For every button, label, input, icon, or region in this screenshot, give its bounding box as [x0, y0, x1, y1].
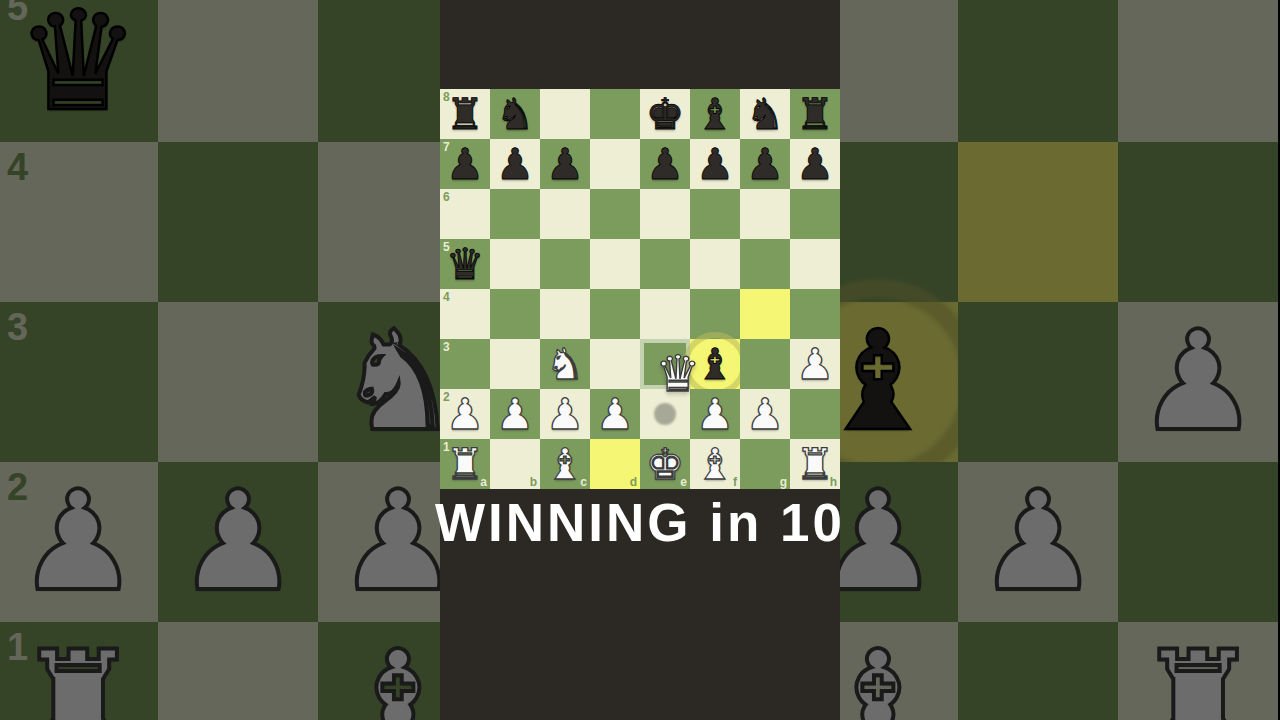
piece-white-bishop-f1[interactable]: ♝ [690, 439, 740, 489]
square-a3[interactable]: 3 [440, 339, 490, 389]
square-h6[interactable] [790, 189, 840, 239]
square-a7[interactable]: 7♟ [440, 139, 490, 189]
piece-black-pawn-b7[interactable]: ♟ [490, 139, 540, 189]
piece-black-knight-g8[interactable]: ♞ [740, 89, 790, 139]
square-c6[interactable] [540, 189, 590, 239]
rank-label-4: 4 [443, 291, 450, 303]
piece-black-pawn-c7[interactable]: ♟ [540, 139, 590, 189]
piece-white-rook-a1[interactable]: ♜ [440, 439, 490, 489]
square-e8[interactable]: ♚ [640, 89, 690, 139]
piece-black-pawn-g7[interactable]: ♟ [740, 139, 790, 189]
square-f8[interactable]: ♝ [690, 89, 740, 139]
rank-label-3: 3 [443, 341, 450, 353]
piece-white-pawn-g2[interactable]: ♟ [740, 389, 790, 439]
piece-black-rook-h8[interactable]: ♜ [790, 89, 840, 139]
piece-black-rook-a8[interactable]: ♜ [440, 89, 490, 139]
square-b6[interactable] [490, 189, 540, 239]
square-c4[interactable] [540, 289, 590, 339]
piece-black-queen-a5[interactable]: ♛ [440, 239, 490, 289]
piece-black-knight-b8[interactable]: ♞ [490, 89, 540, 139]
square-a6[interactable]: 6 [440, 189, 490, 239]
square-g6[interactable] [740, 189, 790, 239]
piece-white-pawn-a2[interactable]: ♟ [440, 389, 490, 439]
piece-black-pawn-e7[interactable]: ♟ [640, 139, 690, 189]
file-label-b: b [530, 476, 537, 488]
square-e4[interactable] [640, 289, 690, 339]
square-a5[interactable]: 5♛ [440, 239, 490, 289]
square-c2[interactable]: ♟ [540, 389, 590, 439]
square-c5[interactable] [540, 239, 590, 289]
square-h7[interactable]: ♟ [790, 139, 840, 189]
square-h1[interactable]: h♜ [790, 439, 840, 489]
video-frame: 8♜♞♚♝♞♜7♟♟♟♟♟♟♟65♛43♞♝♟2♟♟♟♟♟♟1a♜bc♝d♛e♚… [0, 0, 1280, 720]
piece-white-knight-c3[interactable]: ♞ [540, 339, 590, 389]
caption-bar: WINNING in 10 [440, 492, 840, 552]
square-d4[interactable] [590, 289, 640, 339]
square-a4[interactable]: 4 [440, 289, 490, 339]
square-g1[interactable]: g [740, 439, 790, 489]
rank-label-6: 6 [443, 191, 450, 203]
square-g7[interactable]: ♟ [740, 139, 790, 189]
square-h4[interactable] [790, 289, 840, 339]
square-e1[interactable]: e♚ [640, 439, 690, 489]
square-h3[interactable]: ♟ [790, 339, 840, 389]
move-hint-dot [654, 403, 676, 425]
square-h2[interactable] [790, 389, 840, 439]
square-a2[interactable]: 2♟ [440, 389, 490, 439]
square-c1[interactable]: c♝ [540, 439, 590, 489]
square-b1[interactable]: b [490, 439, 540, 489]
square-c8[interactable] [540, 89, 590, 139]
square-e5[interactable] [640, 239, 690, 289]
piece-black-pawn-h7[interactable]: ♟ [790, 139, 840, 189]
chess-board[interactable]: 8♜♞♚♝♞♜7♟♟♟♟♟♟♟65♛43♞♝♟2♟♟♟♟♟♟1a♜bc♝de♚f… [440, 89, 840, 489]
square-d5[interactable] [590, 239, 640, 289]
piece-white-king-e1[interactable]: ♚ [640, 439, 690, 489]
square-a8[interactable]: 8♜ [440, 89, 490, 139]
piece-black-pawn-a7[interactable]: ♟ [440, 139, 490, 189]
square-d8[interactable] [590, 89, 640, 139]
piece-black-bishop-f8[interactable]: ♝ [690, 89, 740, 139]
square-d7[interactable] [590, 139, 640, 189]
square-d1[interactable]: d [590, 439, 640, 489]
piece-white-pawn-d2[interactable]: ♟ [590, 389, 640, 439]
square-g2[interactable]: ♟ [740, 389, 790, 439]
square-g5[interactable] [740, 239, 790, 289]
square-f6[interactable] [690, 189, 740, 239]
square-b8[interactable]: ♞ [490, 89, 540, 139]
square-h8[interactable]: ♜ [790, 89, 840, 139]
square-b5[interactable] [490, 239, 540, 289]
square-b4[interactable] [490, 289, 540, 339]
square-g8[interactable]: ♞ [740, 89, 790, 139]
square-e7[interactable]: ♟ [640, 139, 690, 189]
piece-black-king-e8[interactable]: ♚ [640, 89, 690, 139]
piece-white-rook-h1[interactable]: ♜ [790, 439, 840, 489]
square-c3[interactable]: ♞ [540, 339, 590, 389]
piece-white-pawn-b2[interactable]: ♟ [490, 389, 540, 439]
square-b7[interactable]: ♟ [490, 139, 540, 189]
square-d6[interactable] [590, 189, 640, 239]
square-b3[interactable] [490, 339, 540, 389]
file-label-g: g [780, 476, 787, 488]
piece-black-pawn-f7[interactable]: ♟ [690, 139, 740, 189]
dragged-piece-white-queen[interactable]: ♛ [656, 349, 701, 399]
square-d3[interactable] [590, 339, 640, 389]
square-g4[interactable] [740, 289, 790, 339]
square-f1[interactable]: f♝ [690, 439, 740, 489]
square-e6[interactable] [640, 189, 690, 239]
file-label-d: d [630, 476, 637, 488]
piece-white-pawn-h3[interactable]: ♟ [790, 339, 840, 389]
piece-white-pawn-c2[interactable]: ♟ [540, 389, 590, 439]
square-f5[interactable] [690, 239, 740, 289]
square-c7[interactable]: ♟ [540, 139, 590, 189]
square-a1[interactable]: 1a♜ [440, 439, 490, 489]
square-f7[interactable]: ♟ [690, 139, 740, 189]
square-h5[interactable] [790, 239, 840, 289]
piece-white-bishop-c1[interactable]: ♝ [540, 439, 590, 489]
caption-text: WINNING in 10 [435, 496, 845, 549]
square-b2[interactable]: ♟ [490, 389, 540, 439]
square-g3[interactable] [740, 339, 790, 389]
square-d2[interactable]: ♟ [590, 389, 640, 439]
